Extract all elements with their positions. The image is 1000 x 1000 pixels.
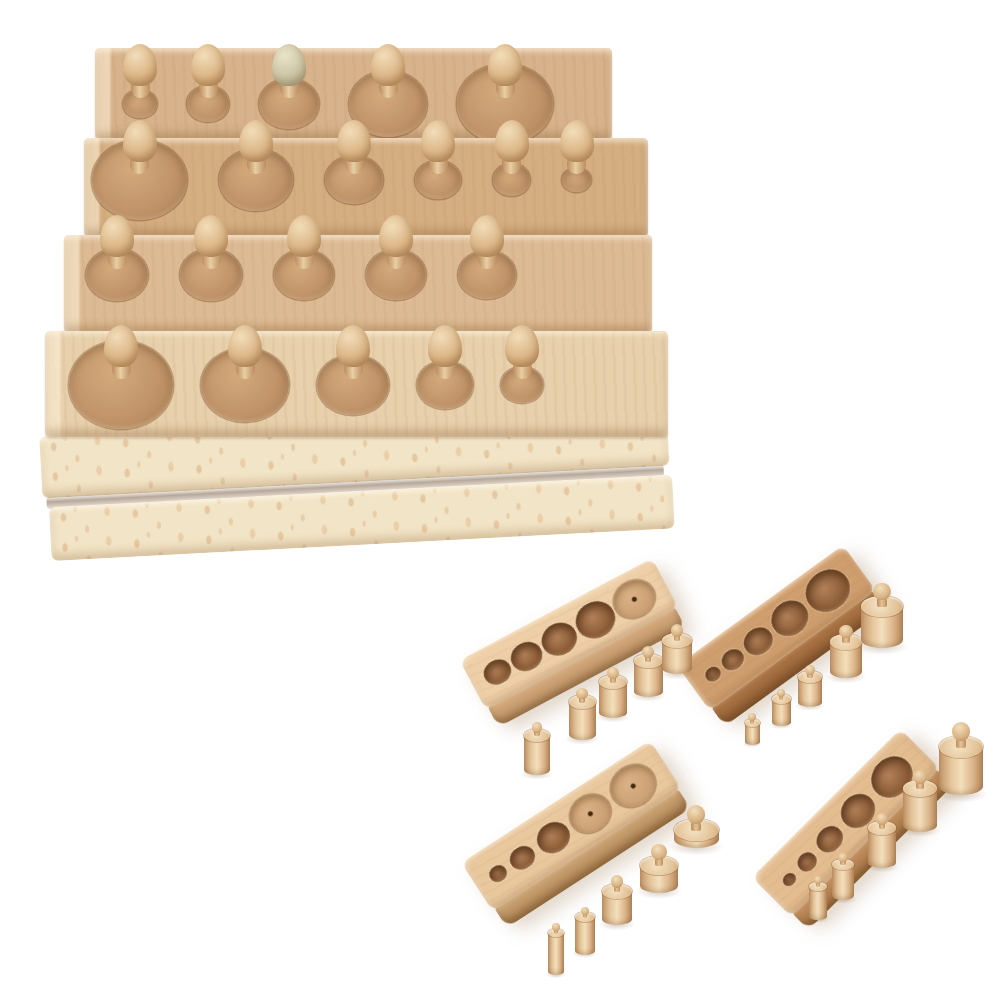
hole-C-1 <box>486 862 510 885</box>
knob-ball <box>671 624 684 637</box>
knob-head <box>336 325 370 367</box>
knobbed-cylinder-row4-col4[interactable] <box>428 325 462 379</box>
loose-cylinder-B-3[interactable] <box>798 671 822 707</box>
knob-ball <box>532 722 543 733</box>
loose-cylinder-B-2[interactable] <box>772 694 791 726</box>
knobbed-cylinder-row4-col3[interactable] <box>336 325 370 379</box>
loose-cylinder-C-5[interactable] <box>674 819 719 848</box>
hole-C-5 <box>602 756 663 815</box>
cylinder-block-row-2 <box>84 138 648 237</box>
knobbed-cylinder-row2-col2[interactable] <box>239 120 273 174</box>
loose-cylinder-D-5[interactable] <box>939 736 983 795</box>
loose-cylinder-C-2[interactable] <box>575 912 595 955</box>
knob-head <box>371 44 405 86</box>
knob-head <box>421 120 455 162</box>
knobbed-cylinder-row2-col5[interactable] <box>495 120 529 174</box>
loose-cylinder-C-4[interactable] <box>640 856 678 894</box>
hole-C-4 <box>562 787 617 841</box>
product-photo-canvas <box>0 0 1000 1000</box>
cylinder-body <box>575 917 595 955</box>
hole-center-dot <box>631 596 638 603</box>
knob-head <box>379 215 413 257</box>
knob-head <box>560 120 594 162</box>
hole-center-dot <box>629 782 636 789</box>
knob-ball <box>952 722 970 740</box>
knobbed-cylinder-row3-col3[interactable] <box>287 215 321 269</box>
knobbed-cylinder-row1-col3[interactable] <box>272 44 306 98</box>
knobbed-cylinder-row2-col6[interactable] <box>560 120 594 174</box>
knob-head <box>505 325 539 367</box>
loose-cylinder-B-1[interactable] <box>745 719 760 745</box>
empty-cylinder-block-C <box>461 740 694 931</box>
knobbed-cylinder-row1-col5[interactable] <box>488 44 522 98</box>
knob-head <box>123 44 157 86</box>
knob-head <box>337 120 371 162</box>
knob-head <box>428 325 462 367</box>
knobbed-cylinder-row2-col4[interactable] <box>421 120 455 174</box>
knob-ball <box>748 713 756 721</box>
knob-head <box>239 120 273 162</box>
knobbed-cylinder-row3-col2[interactable] <box>194 215 228 269</box>
loose-cylinder-C-1[interactable] <box>548 929 564 975</box>
loose-cylinder-A-1[interactable] <box>524 729 550 776</box>
knobbed-cylinder-row4-col5[interactable] <box>505 325 539 379</box>
knob-head <box>287 215 321 257</box>
knob-head <box>488 44 522 86</box>
hole-C-3 <box>530 816 575 860</box>
knob-ball <box>576 688 587 699</box>
cylinder-block-row-4 <box>45 331 668 437</box>
loose-cylinder-D-1[interactable] <box>809 882 827 921</box>
knob-ball <box>552 923 560 931</box>
loose-cylinder-B-5[interactable] <box>861 596 903 649</box>
knob-ball <box>607 667 619 679</box>
knob-ball <box>777 689 785 697</box>
knob-ball <box>814 876 822 884</box>
knobbed-cylinder-row1-col2[interactable] <box>191 44 225 98</box>
cylinder-body <box>809 886 827 920</box>
knob-head <box>104 325 138 367</box>
knobbed-cylinder-row1-col4[interactable] <box>371 44 405 98</box>
loose-cylinder-A-5[interactable] <box>662 633 692 675</box>
knob-ball <box>839 625 852 638</box>
knobbed-cylinder-row3-col1[interactable] <box>100 215 134 269</box>
knob-head <box>228 325 262 367</box>
knob-head <box>191 44 225 86</box>
knob-ball <box>838 853 847 862</box>
knob-head <box>100 215 134 257</box>
knobbed-cylinder-row3-col5[interactable] <box>470 215 504 269</box>
knob-ball <box>876 813 888 825</box>
knob-head <box>272 44 306 86</box>
knob-head <box>495 120 529 162</box>
knobbed-cylinder-row1-col1[interactable] <box>123 44 157 98</box>
knobbed-cylinder-row4-col2[interactable] <box>228 325 262 379</box>
cylinder-block-row-3 <box>64 235 652 333</box>
hole-B-3 <box>738 622 778 661</box>
hole-center-dot <box>587 810 594 817</box>
knob-head <box>194 215 228 257</box>
knob-ball <box>687 805 706 824</box>
hole-D-2 <box>794 849 821 876</box>
knob-ball <box>913 770 927 784</box>
knob-head <box>470 215 504 257</box>
cylinder-body <box>548 933 564 975</box>
knobbed-cylinder-row3-col4[interactable] <box>379 215 413 269</box>
hole-B-1 <box>702 664 723 685</box>
knob-ball <box>873 583 891 601</box>
loose-cylinder-C-3[interactable] <box>602 884 632 926</box>
loose-cylinder-D-2[interactable] <box>832 859 854 901</box>
knobbed-cylinder-row4-col1[interactable] <box>104 325 138 379</box>
knob-ball <box>642 646 654 658</box>
knobbed-cylinder-row2-col3[interactable] <box>337 120 371 174</box>
knob-ball <box>611 875 624 888</box>
loose-cylinder-A-3[interactable] <box>599 675 627 718</box>
knob-head <box>123 120 157 162</box>
knob-ball <box>805 665 815 675</box>
loose-cylinder-D-3[interactable] <box>868 821 896 868</box>
hole-D-1 <box>780 870 799 889</box>
knobbed-cylinder-row2-col1[interactable] <box>123 120 157 174</box>
hole-B-2 <box>717 645 748 675</box>
hole-C-2 <box>505 841 539 874</box>
